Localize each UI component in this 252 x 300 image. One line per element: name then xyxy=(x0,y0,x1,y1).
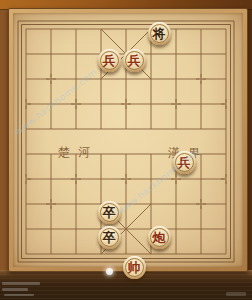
piece-black-general[interactable]: 将 xyxy=(148,22,171,45)
xiangqi-app-screen: 楚 河 漢 界 将兵兵兵卒卒炮帅 www.hackhome.com www.ha… xyxy=(0,0,252,300)
xiangqi-board: 楚 河 漢 界 将兵兵兵卒卒炮帅 xyxy=(8,8,248,272)
piece-red-soldier[interactable]: 兵 xyxy=(98,49,121,72)
corner-watermark-mark xyxy=(2,282,40,285)
piece-red-soldier[interactable]: 兵 xyxy=(173,151,196,174)
corner-watermark-mark xyxy=(4,294,34,296)
corner-watermark-mark xyxy=(2,288,28,291)
piece-black-soldier[interactable]: 卒 xyxy=(98,226,121,249)
corner-watermark-mark xyxy=(226,292,246,296)
last-move-origin-marker xyxy=(106,268,113,275)
piece-red-soldier[interactable]: 兵 xyxy=(123,49,146,72)
piece-red-cannon[interactable]: 炮 xyxy=(148,226,171,249)
piece-red-general[interactable]: 帅 xyxy=(123,256,146,279)
board-grid[interactable]: 将兵兵兵卒卒炮帅 xyxy=(22,25,247,275)
piece-black-soldier[interactable]: 卒 xyxy=(98,201,121,224)
